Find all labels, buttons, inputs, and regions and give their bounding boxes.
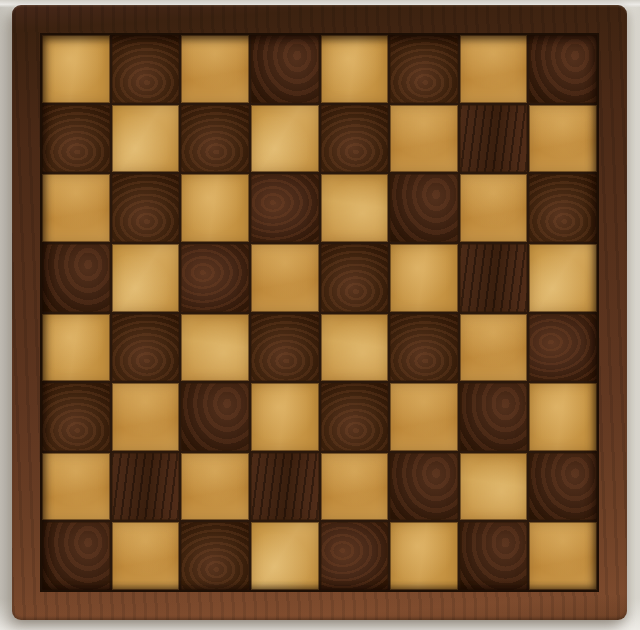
square-a7[interactable]: [42, 105, 110, 173]
square-f8[interactable]: [390, 35, 458, 103]
square-h3[interactable]: [529, 383, 597, 451]
square-g8[interactable]: [460, 35, 528, 103]
square-b1[interactable]: [112, 522, 180, 590]
photo-background: [0, 0, 640, 630]
square-h6[interactable]: [529, 174, 597, 242]
square-d2[interactable]: [251, 453, 319, 521]
square-a1[interactable]: [42, 522, 110, 590]
square-g5[interactable]: [460, 244, 528, 312]
square-b6[interactable]: [112, 174, 180, 242]
square-f4[interactable]: [390, 314, 458, 382]
square-a5[interactable]: [42, 244, 110, 312]
square-f6[interactable]: [390, 174, 458, 242]
square-e8[interactable]: [321, 35, 389, 103]
square-b2[interactable]: [112, 453, 180, 521]
square-f3[interactable]: [390, 383, 458, 451]
square-e6[interactable]: [321, 174, 389, 242]
square-a4[interactable]: [42, 314, 110, 382]
square-e7[interactable]: [321, 105, 389, 173]
square-b8[interactable]: [112, 35, 180, 103]
square-h7[interactable]: [529, 105, 597, 173]
square-g3[interactable]: [460, 383, 528, 451]
board-frame: [12, 5, 627, 620]
square-c3[interactable]: [181, 383, 249, 451]
square-h4[interactable]: [529, 314, 597, 382]
square-f5[interactable]: [390, 244, 458, 312]
square-e3[interactable]: [321, 383, 389, 451]
square-e2[interactable]: [321, 453, 389, 521]
square-c2[interactable]: [181, 453, 249, 521]
square-d7[interactable]: [251, 105, 319, 173]
square-h1[interactable]: [529, 522, 597, 590]
square-a8[interactable]: [42, 35, 110, 103]
square-c6[interactable]: [181, 174, 249, 242]
square-f1[interactable]: [390, 522, 458, 590]
square-g7[interactable]: [460, 105, 528, 173]
square-d6[interactable]: [251, 174, 319, 242]
square-e4[interactable]: [321, 314, 389, 382]
square-e1[interactable]: [321, 522, 389, 590]
square-f7[interactable]: [390, 105, 458, 173]
square-h2[interactable]: [529, 453, 597, 521]
square-b5[interactable]: [112, 244, 180, 312]
square-c5[interactable]: [181, 244, 249, 312]
square-f2[interactable]: [390, 453, 458, 521]
square-c4[interactable]: [181, 314, 249, 382]
square-d1[interactable]: [251, 522, 319, 590]
square-e5[interactable]: [321, 244, 389, 312]
square-b4[interactable]: [112, 314, 180, 382]
square-c8[interactable]: [181, 35, 249, 103]
square-b7[interactable]: [112, 105, 180, 173]
square-g4[interactable]: [460, 314, 528, 382]
square-d5[interactable]: [251, 244, 319, 312]
square-a2[interactable]: [42, 453, 110, 521]
square-h5[interactable]: [529, 244, 597, 312]
square-g1[interactable]: [460, 522, 528, 590]
square-h8[interactable]: [529, 35, 597, 103]
square-d4[interactable]: [251, 314, 319, 382]
square-c7[interactable]: [181, 105, 249, 173]
square-g6[interactable]: [460, 174, 528, 242]
square-b3[interactable]: [112, 383, 180, 451]
square-d3[interactable]: [251, 383, 319, 451]
square-c1[interactable]: [181, 522, 249, 590]
square-a6[interactable]: [42, 174, 110, 242]
square-g2[interactable]: [460, 453, 528, 521]
square-a3[interactable]: [42, 383, 110, 451]
chess-board: [40, 33, 599, 592]
square-d8[interactable]: [251, 35, 319, 103]
